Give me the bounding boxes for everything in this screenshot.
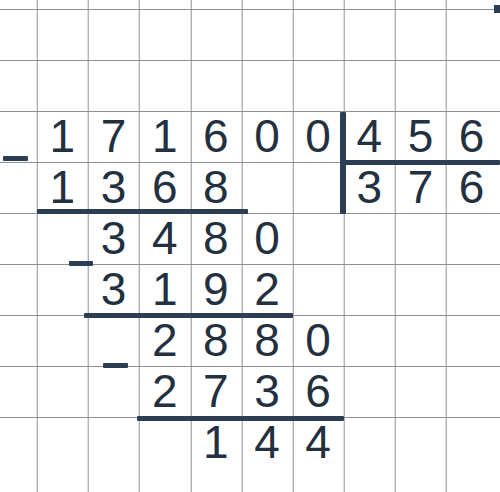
digit-cell-divisor-1: 5: [395, 111, 446, 162]
number-subtrahend-1: 1368: [37, 162, 242, 213]
digit-cell-subtrahend-3-1: 7: [190, 366, 241, 417]
digit-cell-subtrahend-3-2: 3: [241, 366, 292, 417]
digit-cell-subtrahend-3-3: 6: [293, 366, 344, 417]
minus-sign-1: [3, 156, 28, 161]
squared-paper-worksheet: 17160045613683763480319228802736144: [0, 0, 500, 492]
digit-cell-subtrahend-1-3: 8: [190, 162, 241, 213]
digit-cell-divisor-2: 6: [446, 111, 497, 162]
digit-cell-remainder-1-1: 4: [139, 213, 190, 264]
digit-cell-dividend-3: 6: [190, 111, 241, 162]
digit-cell-quotient-1: 7: [395, 162, 446, 213]
digit-cell-subtrahend-1-1: 3: [88, 162, 139, 213]
digit-cell-subtrahend-2-0: 3: [88, 264, 139, 315]
digit-cell-quotient-2: 6: [446, 162, 497, 213]
digit-cell-dividend-1: 7: [88, 111, 139, 162]
digit-cell-quotient-0: 3: [344, 162, 395, 213]
digit-cell-subtrahend-2-1: 1: [139, 264, 190, 315]
digit-cell-divisor-0: 4: [344, 111, 395, 162]
digit-cell-dividend-2: 1: [139, 111, 190, 162]
number-divisor: 456: [344, 111, 497, 162]
digit-cell-subtrahend-3-0: 2: [139, 366, 190, 417]
number-subtrahend-2: 3192: [88, 264, 293, 315]
number-final-remainder: 144: [190, 417, 343, 468]
number-dividend: 171600: [37, 111, 344, 162]
digit-cell-remainder-1-2: 8: [190, 213, 241, 264]
digit-cell-subtrahend-2-2: 9: [190, 264, 241, 315]
digit-cell-remainder-2-0: 2: [139, 315, 190, 366]
digit-cell-dividend-5: 0: [293, 111, 344, 162]
digit-cell-remainder-2-3: 0: [293, 315, 344, 366]
digit-cell-final-remainder-1: 4: [241, 417, 292, 468]
digit-cell-subtrahend-1-2: 6: [139, 162, 190, 213]
number-remainder-2: 2880: [139, 315, 344, 366]
digit-cell-dividend-0: 1: [37, 111, 88, 162]
digit-cell-subtrahend-2-3: 2: [241, 264, 292, 315]
digit-cell-final-remainder-0: 1: [190, 417, 241, 468]
digit-cell-remainder-2-1: 8: [190, 315, 241, 366]
digit-cell-remainder-2-2: 8: [241, 315, 292, 366]
minus-sign-3: [103, 363, 128, 368]
digit-cell-subtrahend-1-0: 1: [37, 162, 88, 213]
stray-ink-mark: [494, 5, 500, 13]
digit-cell-remainder-1-0: 3: [88, 213, 139, 264]
digit-cell-final-remainder-2: 4: [293, 417, 344, 468]
digit-cell-dividend-4: 0: [241, 111, 292, 162]
digit-cell-remainder-1-3: 0: [241, 213, 292, 264]
number-subtrahend-3: 2736: [139, 366, 344, 417]
number-remainder-1: 3480: [88, 213, 293, 264]
number-quotient: 376: [344, 162, 497, 213]
